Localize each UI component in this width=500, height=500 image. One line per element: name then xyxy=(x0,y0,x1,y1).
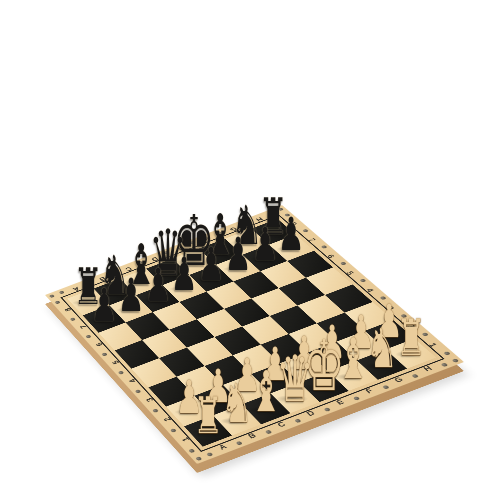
screw-dot xyxy=(189,241,195,245)
rank-label-5-right: 5 xyxy=(345,270,355,275)
board-squares xyxy=(67,219,436,447)
screw-dot xyxy=(195,456,202,461)
file-label-e-top: E xyxy=(177,246,186,252)
file-label-f-bottom: F xyxy=(364,387,375,394)
file-label-c-bottom: C xyxy=(276,420,287,428)
rank-label-5-left: 5 xyxy=(111,360,121,366)
screw-dot xyxy=(152,408,159,412)
screw-dot xyxy=(441,363,449,367)
rank-label-1-right: 1 xyxy=(427,342,438,348)
screw-dot xyxy=(380,296,387,300)
rank-label-6-right: 6 xyxy=(326,254,336,259)
screw-dot xyxy=(294,418,301,423)
screw-dot xyxy=(400,314,407,318)
file-label-b-bottom: B xyxy=(246,432,257,440)
screw-dot xyxy=(411,374,418,378)
screw-dot xyxy=(188,449,195,454)
rank-label-4-left: 4 xyxy=(127,378,137,384)
file-label-f-top: F xyxy=(203,236,212,242)
screw-dot xyxy=(443,351,450,355)
screw-dot xyxy=(215,231,221,235)
screw-dot xyxy=(353,396,360,401)
file-label-h-bottom: H xyxy=(422,365,434,372)
file-label-d-top: D xyxy=(150,256,160,262)
screw-dot xyxy=(277,207,283,211)
file-label-d-bottom: D xyxy=(305,409,316,417)
screw-dot xyxy=(54,300,60,304)
screw-dot xyxy=(118,371,124,375)
screw-dot xyxy=(206,452,213,457)
screw-dot xyxy=(242,221,248,225)
rank-label-7-right: 7 xyxy=(307,237,317,242)
screw-dot xyxy=(382,385,389,390)
rank-label-8-right: 8 xyxy=(289,221,299,226)
screw-dot xyxy=(284,213,290,217)
file-label-g-bottom: G xyxy=(392,376,404,384)
screw-dot xyxy=(101,352,107,356)
screw-dot xyxy=(111,271,117,275)
screw-dot xyxy=(324,407,331,412)
file-label-a-bottom: A xyxy=(217,443,228,451)
screw-dot xyxy=(85,335,91,339)
file-label-h-top: H xyxy=(255,216,265,222)
rank-label-2-left: 2 xyxy=(162,416,172,422)
screw-dot xyxy=(59,290,65,294)
rank-label-6-left: 6 xyxy=(94,342,104,347)
screw-dot xyxy=(452,358,460,362)
screw-dot xyxy=(265,430,272,435)
rank-label-4-right: 4 xyxy=(365,288,376,294)
rank-label-7-left: 7 xyxy=(79,324,89,329)
screw-dot xyxy=(163,251,169,255)
chess-board: AA11BB22CC33DD44EE55FF66GG77HH88 xyxy=(45,205,464,464)
rank-label-3-right: 3 xyxy=(385,305,396,311)
rank-label-8-left: 8 xyxy=(63,307,72,312)
rank-label-3-left: 3 xyxy=(144,397,154,403)
screw-dot xyxy=(70,317,76,321)
screw-dot xyxy=(49,294,55,298)
rank-label-2-right: 2 xyxy=(406,323,417,329)
screw-dot xyxy=(421,332,428,336)
file-label-e-bottom: E xyxy=(334,398,345,405)
screw-dot xyxy=(236,441,243,446)
screw-dot xyxy=(359,279,366,283)
screw-dot xyxy=(340,262,347,266)
screw-dot xyxy=(170,428,177,433)
screw-dot xyxy=(135,389,142,393)
chess-set-photo: AA11BB22CC33DD44EE55FF66GG77HH88 ♜♞♝♛♚♝♞… xyxy=(0,0,500,500)
rank-label-1-left: 1 xyxy=(180,436,191,442)
screw-dot xyxy=(85,281,91,285)
screw-dot xyxy=(268,211,274,215)
screw-dot xyxy=(302,229,309,233)
screw-dot xyxy=(137,261,143,265)
screw-dot xyxy=(321,245,328,249)
